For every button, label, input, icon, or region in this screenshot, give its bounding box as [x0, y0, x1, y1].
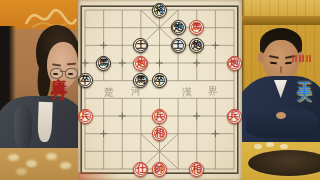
river-label-right: 漢界	[182, 85, 234, 98]
left-player-mouth	[58, 90, 67, 92]
piece-black-soldier[interactable]: 卒	[78, 73, 93, 88]
piece-black-advisor[interactable]: 士	[171, 38, 186, 53]
piece-red-king[interactable]: 帥	[152, 162, 167, 177]
left-player-nose	[62, 80, 64, 85]
xiangqi-board: 楚河 漢界 将炮馬士士炮馬炮炮卒馬卒兵兵兵相仕帥相	[78, 0, 242, 180]
piece-red-advisor[interactable]: 仕	[133, 162, 148, 177]
piece-red-soldier[interactable]: 兵	[227, 109, 242, 124]
right-player-nose	[280, 66, 282, 73]
piece-red-soldier[interactable]: 兵	[78, 109, 93, 124]
piece-red-cannon[interactable]: 炮	[227, 56, 242, 71]
piece-black-general[interactable]: 将	[152, 3, 167, 18]
right-player-name: 王天一	[296, 70, 314, 91]
river-label-left: 楚河	[104, 85, 158, 98]
piece-red-elephant[interactable]: 相	[189, 162, 204, 177]
board-grid: 楚河 漢界	[78, 0, 242, 180]
wall-beam	[242, 16, 320, 25]
piece-red-soldier[interactable]: 兵	[152, 109, 167, 124]
piece-red-cannon[interactable]: 炮	[133, 56, 148, 71]
piece-black-cannon[interactable]: 炮	[189, 38, 204, 53]
right-player-hand	[276, 112, 286, 119]
piece-black-cannon[interactable]: 炮	[171, 20, 186, 35]
player-photo-left: 唐丹	[0, 0, 78, 180]
left-table-with-pieces	[0, 148, 78, 180]
watermark-badge	[292, 55, 313, 62]
player-photo-right: 王天一	[242, 0, 320, 180]
video-frame: 唐丹 楚河 漢界 将炮馬士士炮馬炮炮卒馬卒兵兵兵相仕帥相 王天一	[0, 0, 320, 180]
left-player-name: 唐丹	[48, 66, 69, 76]
piece-black-horse[interactable]: 馬	[96, 56, 111, 71]
piece-tray	[248, 150, 320, 176]
